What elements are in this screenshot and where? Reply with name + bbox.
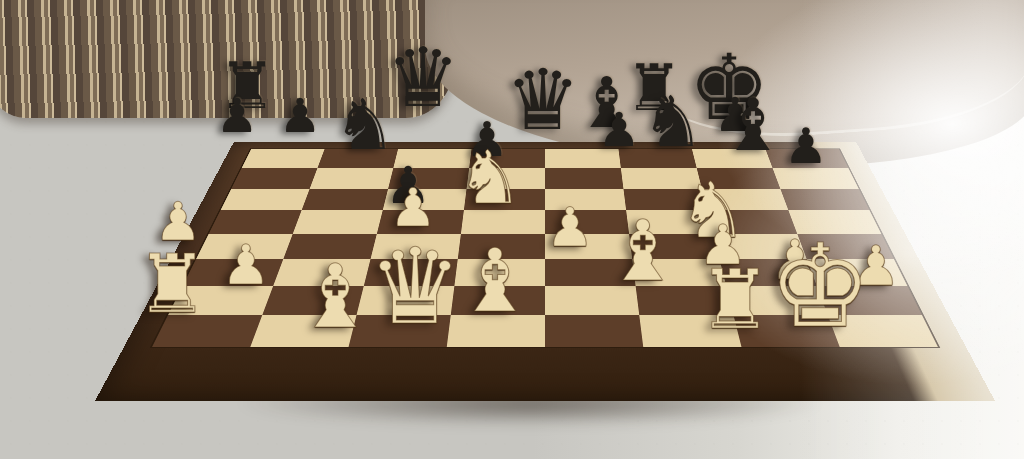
piece-black-pawn-a7[interactable]: ♟ xyxy=(216,92,258,139)
piece-white-rook-f1[interactable]: ♜ xyxy=(698,259,772,341)
piece-black-pawn-b7[interactable]: ♟ xyxy=(279,92,321,139)
square-a7[interactable] xyxy=(231,168,317,188)
piece-white-king-g1[interactable]: ♚ xyxy=(768,229,871,344)
square-e7[interactable] xyxy=(545,168,623,188)
piece-white-bishop-e2[interactable]: ♝ xyxy=(605,209,680,293)
piece-white-bishop-c1[interactable]: ♝ xyxy=(296,253,375,341)
piece-white-queen-d1[interactable]: ♛ xyxy=(368,235,462,340)
piece-black-knight-f6[interactable]: ♞ xyxy=(642,87,705,157)
piece-white-bishop-e1[interactable]: ♝ xyxy=(456,238,534,325)
square-a5[interactable] xyxy=(209,210,302,233)
photo-scene: ♛♜♜♚♝♛♟♟♟♟♞♞♝♟♟♟♞♟♞♟♟♟♟♝♟♟♝♜♛♚♝♜ xyxy=(0,0,1024,459)
piece-black-knight-c6[interactable]: ♞ xyxy=(334,90,397,160)
square-b7[interactable] xyxy=(310,168,394,188)
piece-white-pawn-e3[interactable]: ♟ xyxy=(546,201,594,255)
square-h6[interactable] xyxy=(780,189,869,211)
square-b6[interactable] xyxy=(302,189,389,211)
piece-black-queen-e7[interactable]: ♛ xyxy=(505,58,580,142)
piece-black-pawn-h5[interactable]: ♟ xyxy=(784,122,828,171)
piece-white-knight-e4[interactable]: ♞ xyxy=(457,140,523,214)
square-a6[interactable] xyxy=(220,189,309,211)
piece-black-queen-c8[interactable]: ♛ xyxy=(386,37,460,119)
piece-white-pawn-b2[interactable]: ♟ xyxy=(221,238,270,293)
piece-white-rook-a1[interactable]: ♜ xyxy=(136,244,209,325)
square-a8[interactable] xyxy=(242,149,325,168)
square-e1[interactable] xyxy=(545,315,643,347)
piece-black-pawn-e6[interactable]: ♟ xyxy=(598,106,640,153)
piece-black-bishop-g6[interactable]: ♝ xyxy=(721,89,786,161)
